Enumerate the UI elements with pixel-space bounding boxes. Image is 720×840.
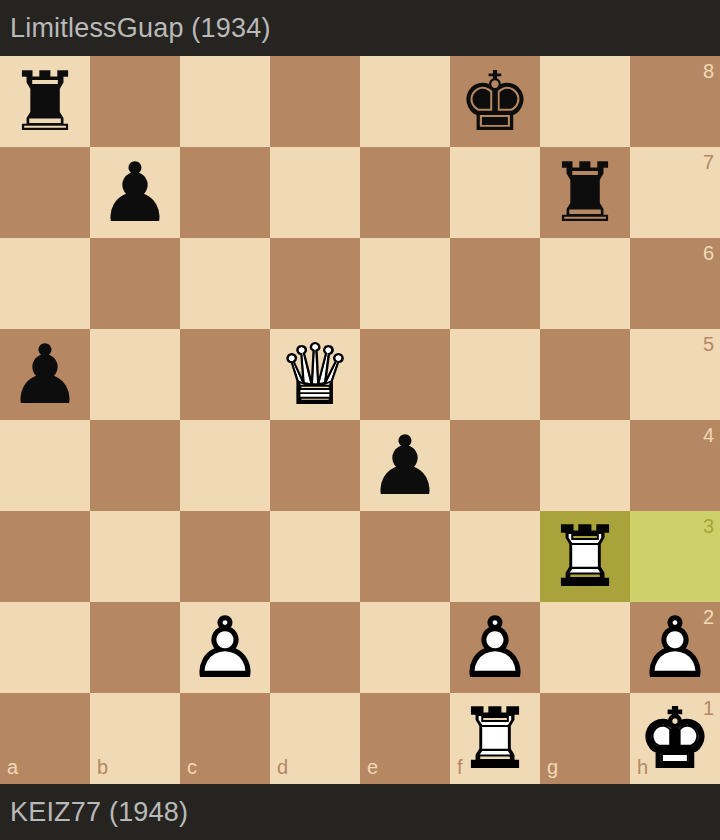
square-g1[interactable]: g	[540, 693, 630, 784]
square-f8[interactable]: ♚	[450, 56, 540, 147]
square-f7[interactable]	[450, 147, 540, 238]
square-d2[interactable]	[270, 602, 360, 693]
square-e3[interactable]	[360, 511, 450, 602]
square-c4[interactable]	[180, 420, 270, 511]
square-e5[interactable]	[360, 329, 450, 420]
player-bar-top: LimitlessGuap (1934)	[0, 0, 720, 56]
square-h1[interactable]: 1h♚♔	[630, 693, 720, 784]
square-d1[interactable]: d	[270, 693, 360, 784]
square-h3[interactable]: 3	[630, 511, 720, 602]
square-c8[interactable]	[180, 56, 270, 147]
square-c5[interactable]	[180, 329, 270, 420]
white-rook-outline: ♖	[540, 511, 630, 602]
square-f2[interactable]: ♟♙	[450, 602, 540, 693]
square-g5[interactable]	[540, 329, 630, 420]
square-d6[interactable]	[270, 238, 360, 329]
file-label-e: e	[367, 757, 378, 777]
black-rook-glyph: ♜	[540, 147, 630, 238]
square-a1[interactable]: a	[0, 693, 90, 784]
square-e2[interactable]	[360, 602, 450, 693]
square-g2[interactable]	[540, 602, 630, 693]
square-h5[interactable]: 5	[630, 329, 720, 420]
player-bottom-name: KEIZ77 (1948)	[10, 797, 188, 828]
rank-label-5: 5	[703, 334, 714, 354]
square-d3[interactable]	[270, 511, 360, 602]
chess-board[interactable]: ♜♚8♟♜76♟♛♕5♟4♜♖3♟♙♟♙2♟♙abcdef♜♖g1h♚♔	[0, 56, 720, 784]
black-pawn-glyph: ♟	[0, 329, 90, 420]
white-king[interactable]: ♚♔	[630, 693, 720, 784]
white-pawn-outline: ♙	[630, 602, 720, 693]
black-pawn[interactable]: ♟	[90, 147, 180, 238]
file-label-d: d	[277, 757, 288, 777]
black-king-glyph: ♚	[450, 56, 540, 147]
file-label-c: c	[187, 757, 197, 777]
file-label-a: a	[7, 757, 18, 777]
square-e6[interactable]	[360, 238, 450, 329]
white-pawn-outline: ♙	[180, 602, 270, 693]
white-pawn-outline: ♙	[450, 602, 540, 693]
square-b5[interactable]	[90, 329, 180, 420]
rank-label-7: 7	[703, 152, 714, 172]
white-queen[interactable]: ♛♕	[270, 329, 360, 420]
square-a3[interactable]	[0, 511, 90, 602]
square-f6[interactable]	[450, 238, 540, 329]
square-f1[interactable]: f♜♖	[450, 693, 540, 784]
black-rook-glyph: ♜	[0, 56, 90, 147]
square-a5[interactable]: ♟	[0, 329, 90, 420]
square-d8[interactable]	[270, 56, 360, 147]
square-e8[interactable]	[360, 56, 450, 147]
square-h4[interactable]: 4	[630, 420, 720, 511]
black-king[interactable]: ♚	[450, 56, 540, 147]
white-rook-outline: ♖	[450, 693, 540, 784]
square-b6[interactable]	[90, 238, 180, 329]
square-f3[interactable]	[450, 511, 540, 602]
black-pawn[interactable]: ♟	[0, 329, 90, 420]
file-label-g: g	[547, 757, 558, 777]
square-c2[interactable]: ♟♙	[180, 602, 270, 693]
square-c1[interactable]: c	[180, 693, 270, 784]
white-king-outline: ♔	[630, 693, 720, 784]
square-a2[interactable]	[0, 602, 90, 693]
square-a4[interactable]	[0, 420, 90, 511]
black-rook[interactable]: ♜	[540, 147, 630, 238]
white-pawn[interactable]: ♟♙	[450, 602, 540, 693]
square-b8[interactable]	[90, 56, 180, 147]
square-a8[interactable]: ♜	[0, 56, 90, 147]
square-h7[interactable]: 7	[630, 147, 720, 238]
black-pawn-glyph: ♟	[90, 147, 180, 238]
square-c6[interactable]	[180, 238, 270, 329]
black-rook[interactable]: ♜	[0, 56, 90, 147]
rank-label-8: 8	[703, 61, 714, 81]
square-e4[interactable]: ♟	[360, 420, 450, 511]
square-c7[interactable]	[180, 147, 270, 238]
square-g6[interactable]	[540, 238, 630, 329]
black-pawn[interactable]: ♟	[360, 420, 450, 511]
square-e7[interactable]	[360, 147, 450, 238]
square-e1[interactable]: e	[360, 693, 450, 784]
square-b4[interactable]	[90, 420, 180, 511]
square-c3[interactable]	[180, 511, 270, 602]
square-g7[interactable]: ♜	[540, 147, 630, 238]
square-a7[interactable]	[0, 147, 90, 238]
white-rook[interactable]: ♜♖	[450, 693, 540, 784]
square-b7[interactable]: ♟	[90, 147, 180, 238]
black-pawn-glyph: ♟	[360, 420, 450, 511]
rank-label-4: 4	[703, 425, 714, 445]
last-move-highlight-h3	[630, 511, 720, 602]
chess-game-screen: LimitlessGuap (1934) ♜♚8♟♜76♟♛♕5♟4♜♖3♟♙♟…	[0, 0, 720, 840]
square-g4[interactable]	[540, 420, 630, 511]
square-g8[interactable]	[540, 56, 630, 147]
square-b3[interactable]	[90, 511, 180, 602]
white-queen-outline: ♕	[270, 329, 360, 420]
square-f5[interactable]	[450, 329, 540, 420]
square-f4[interactable]	[450, 420, 540, 511]
square-g3[interactable]: ♜♖	[540, 511, 630, 602]
square-a6[interactable]	[0, 238, 90, 329]
square-d5[interactable]: ♛♕	[270, 329, 360, 420]
white-pawn[interactable]: ♟♙	[630, 602, 720, 693]
player-bar-bottom: KEIZ77 (1948)	[0, 784, 720, 840]
rank-label-6: 6	[703, 243, 714, 263]
player-top-name: LimitlessGuap (1934)	[10, 13, 271, 44]
square-b2[interactable]	[90, 602, 180, 693]
file-label-b: b	[97, 757, 108, 777]
square-h2[interactable]: 2♟♙	[630, 602, 720, 693]
square-h8[interactable]: 8	[630, 56, 720, 147]
square-b1[interactable]: b	[90, 693, 180, 784]
white-rook[interactable]: ♜♖	[540, 511, 630, 602]
square-d4[interactable]	[270, 420, 360, 511]
square-h6[interactable]: 6	[630, 238, 720, 329]
square-d7[interactable]	[270, 147, 360, 238]
white-pawn[interactable]: ♟♙	[180, 602, 270, 693]
